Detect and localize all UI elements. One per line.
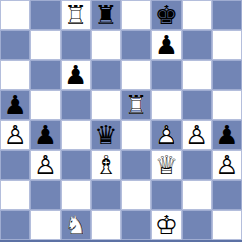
square-c6[interactable]: ♟ bbox=[61, 60, 91, 90]
square-a7[interactable] bbox=[0, 30, 30, 60]
square-a3[interactable] bbox=[0, 150, 30, 180]
white-pawn-icon: ♟♙ bbox=[0, 120, 30, 150]
square-e8[interactable] bbox=[121, 0, 151, 30]
white-rook-icon: ♜♖ bbox=[61, 0, 91, 30]
square-b8[interactable] bbox=[30, 0, 60, 30]
square-d3[interactable]: ♝♗ bbox=[91, 150, 121, 180]
square-g8[interactable] bbox=[182, 0, 212, 30]
square-f2[interactable] bbox=[151, 180, 181, 210]
white-rook-icon: ♜♖ bbox=[121, 90, 151, 120]
black-rook-icon: ♜ bbox=[91, 0, 121, 30]
square-h1[interactable] bbox=[212, 210, 242, 240]
white-pawn-icon: ♟♙ bbox=[212, 150, 242, 180]
square-a1[interactable] bbox=[0, 210, 30, 240]
square-g6[interactable] bbox=[182, 60, 212, 90]
white-bishop-icon: ♝♗ bbox=[91, 150, 121, 180]
black-pawn-icon: ♟ bbox=[151, 30, 181, 60]
square-h7[interactable] bbox=[212, 30, 242, 60]
white-queen-icon: ♛♕ bbox=[151, 150, 181, 180]
square-e7[interactable] bbox=[121, 30, 151, 60]
square-d8[interactable]: ♜ bbox=[91, 0, 121, 30]
square-f6[interactable] bbox=[151, 60, 181, 90]
square-d6[interactable] bbox=[91, 60, 121, 90]
square-f4[interactable]: ♟♙ bbox=[151, 120, 181, 150]
square-e1[interactable] bbox=[121, 210, 151, 240]
square-b1[interactable] bbox=[30, 210, 60, 240]
square-h4[interactable]: ♟ bbox=[212, 120, 242, 150]
white-pawn-icon: ♟♙ bbox=[182, 120, 212, 150]
square-c5[interactable] bbox=[61, 90, 91, 120]
square-b7[interactable] bbox=[30, 30, 60, 60]
square-a8[interactable] bbox=[0, 0, 30, 30]
square-d5[interactable] bbox=[91, 90, 121, 120]
square-b6[interactable] bbox=[30, 60, 60, 90]
square-h3[interactable]: ♟♙ bbox=[212, 150, 242, 180]
square-d2[interactable] bbox=[91, 180, 121, 210]
square-c1[interactable]: ♞♘ bbox=[61, 210, 91, 240]
square-h5[interactable] bbox=[212, 90, 242, 120]
square-c4[interactable] bbox=[61, 120, 91, 150]
square-b2[interactable] bbox=[30, 180, 60, 210]
square-g4[interactable]: ♟♙ bbox=[182, 120, 212, 150]
black-pawn-icon: ♟ bbox=[61, 60, 91, 90]
square-d1[interactable] bbox=[91, 210, 121, 240]
square-d4[interactable]: ♛ bbox=[91, 120, 121, 150]
black-king-icon: ♚ bbox=[151, 0, 181, 30]
white-knight-icon: ♞♘ bbox=[61, 210, 91, 240]
square-h6[interactable] bbox=[212, 60, 242, 90]
square-a6[interactable] bbox=[0, 60, 30, 90]
square-g2[interactable] bbox=[182, 180, 212, 210]
square-f1[interactable]: ♚♔ bbox=[151, 210, 181, 240]
square-c7[interactable] bbox=[61, 30, 91, 60]
square-f5[interactable] bbox=[151, 90, 181, 120]
square-b5[interactable] bbox=[30, 90, 60, 120]
square-a2[interactable] bbox=[0, 180, 30, 210]
square-c8[interactable]: ♜♖ bbox=[61, 0, 91, 30]
square-e4[interactable] bbox=[121, 120, 151, 150]
square-g1[interactable] bbox=[182, 210, 212, 240]
square-c2[interactable] bbox=[61, 180, 91, 210]
square-a4[interactable]: ♟♙ bbox=[0, 120, 30, 150]
square-h8[interactable] bbox=[212, 0, 242, 30]
square-d7[interactable] bbox=[91, 30, 121, 60]
square-g3[interactable] bbox=[182, 150, 212, 180]
square-e5[interactable]: ♜♖ bbox=[121, 90, 151, 120]
square-e2[interactable] bbox=[121, 180, 151, 210]
black-pawn-icon: ♟ bbox=[212, 120, 242, 150]
square-f7[interactable]: ♟ bbox=[151, 30, 181, 60]
square-b3[interactable]: ♟♙ bbox=[30, 150, 60, 180]
square-g5[interactable] bbox=[182, 90, 212, 120]
square-f3[interactable]: ♛♕ bbox=[151, 150, 181, 180]
white-pawn-icon: ♟♙ bbox=[30, 150, 60, 180]
square-a5[interactable]: ♟ bbox=[0, 90, 30, 120]
square-h2[interactable] bbox=[212, 180, 242, 210]
chess-board: ♜♖♜♚♟♟♟♜♖♟♙♟♛♟♙♟♙♟♟♙♝♗♛♕♟♙♞♘♚♔ bbox=[0, 0, 242, 242]
square-b4[interactable]: ♟ bbox=[30, 120, 60, 150]
white-pawn-icon: ♟♙ bbox=[151, 120, 181, 150]
square-f8[interactable]: ♚ bbox=[151, 0, 181, 30]
black-pawn-icon: ♟ bbox=[30, 120, 60, 150]
square-g7[interactable] bbox=[182, 30, 212, 60]
black-queen-icon: ♛ bbox=[91, 120, 121, 150]
square-c3[interactable] bbox=[61, 150, 91, 180]
square-e6[interactable] bbox=[121, 60, 151, 90]
white-king-icon: ♚♔ bbox=[151, 210, 181, 240]
black-pawn-icon: ♟ bbox=[0, 90, 30, 120]
square-e3[interactable] bbox=[121, 150, 151, 180]
